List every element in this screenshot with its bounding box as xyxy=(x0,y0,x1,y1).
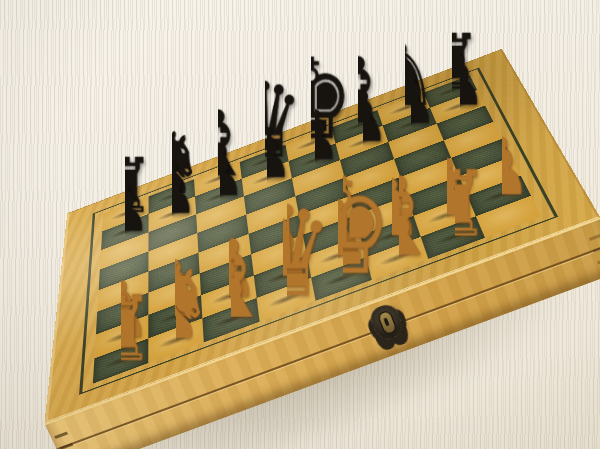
finger-joints-right xyxy=(586,224,600,274)
black-pawn-glyph: ♟ xyxy=(337,83,389,151)
chess-box: ♜♞♝♛♚♝♞♜♟♟♟♟♟♟♟♟♟♟♟♟♟♟♟♟♜♞♝♛♚♝♜ xyxy=(44,49,600,423)
piece-black-pawn-g7: ♟ xyxy=(383,108,437,142)
piece-black-pawn-c7: ♟ xyxy=(195,179,244,214)
black-pawn-glyph: ♟ xyxy=(434,46,486,115)
black-pawn-glyph: ♟ xyxy=(194,137,245,205)
clasp-plate xyxy=(377,310,398,336)
white-rook-glyph: ♜ xyxy=(421,159,490,250)
black-pawn-glyph: ♟ xyxy=(99,173,150,241)
black-pawn-glyph: ♟ xyxy=(386,65,438,134)
metal-clasp xyxy=(367,302,406,344)
photo-scene: ♜♞♝♛♚♝♞♜♟♟♟♟♟♟♟♟♟♟♟♟♟♟♟♟♜♞♝♛♚♝♜ xyxy=(0,0,600,449)
finger-joints-left xyxy=(50,423,83,449)
black-pawn-glyph: ♟ xyxy=(147,155,198,223)
black-pawn-glyph: ♟ xyxy=(242,119,293,187)
